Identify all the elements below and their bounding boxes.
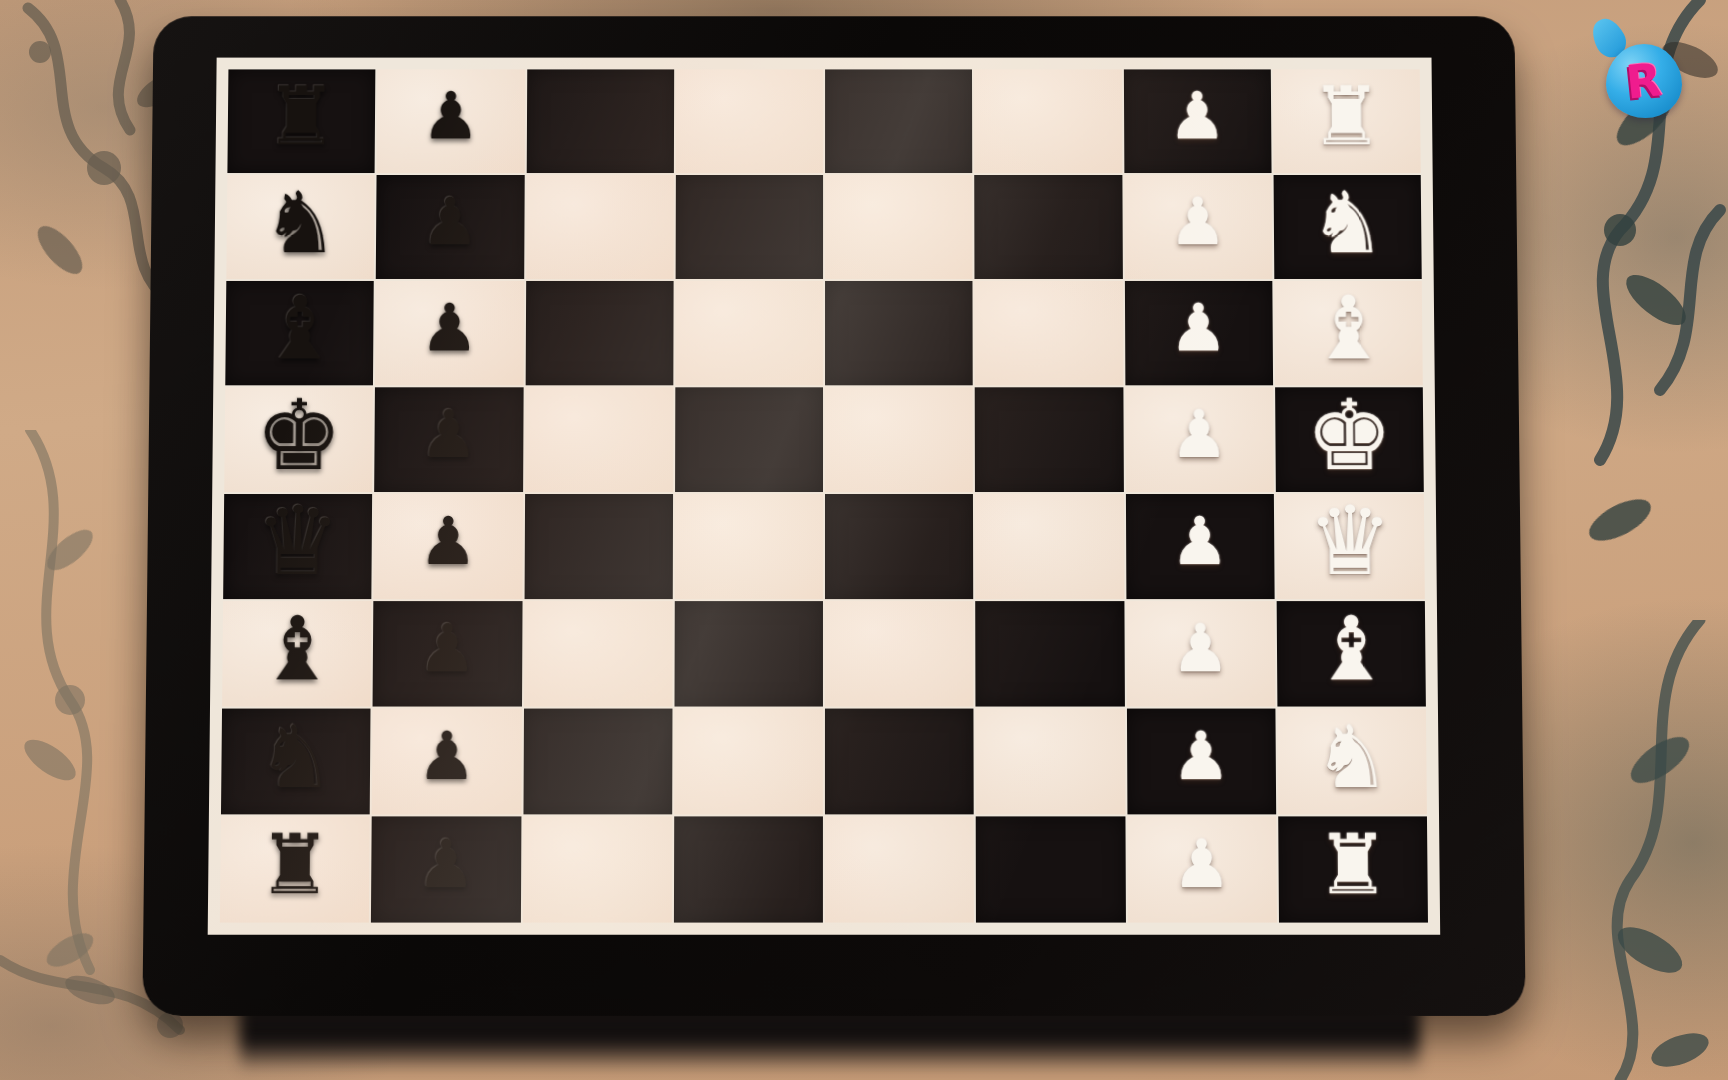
chess-board: ♜♟♟♜♞♟♟♞♝♟♟♝♚♟♟♚♛♟♟♛♝♟♟♝♞♟♟♞♜♟♟♜ — [208, 58, 1441, 935]
white-pawn[interactable]: ♟ — [1168, 84, 1227, 149]
square-e5[interactable] — [675, 387, 823, 492]
square-c1[interactable]: ♝ — [1276, 601, 1425, 706]
square-a7[interactable]: ♟ — [371, 816, 521, 922]
white-knight[interactable]: ♞ — [1309, 179, 1386, 264]
square-e7[interactable]: ♟ — [374, 387, 523, 492]
square-f8[interactable]: ♝ — [225, 281, 374, 385]
square-d3[interactable] — [975, 494, 1124, 599]
white-pawn[interactable]: ♟ — [1169, 402, 1228, 468]
black-bishop[interactable]: ♝ — [260, 284, 339, 371]
square-c4[interactable] — [825, 601, 974, 706]
square-a3[interactable] — [976, 816, 1125, 922]
square-d4[interactable] — [825, 494, 973, 599]
black-queen[interactable]: ♛ — [255, 494, 341, 589]
black-knight[interactable]: ♞ — [257, 713, 335, 800]
black-rook[interactable]: ♜ — [258, 823, 333, 906]
square-h2[interactable]: ♟ — [1123, 69, 1271, 173]
square-f7[interactable]: ♟ — [375, 281, 523, 385]
square-b1[interactable]: ♞ — [1277, 709, 1427, 815]
black-pawn[interactable]: ♟ — [421, 189, 480, 254]
square-b7[interactable]: ♟ — [372, 709, 522, 815]
square-e1[interactable]: ♚ — [1275, 387, 1424, 492]
square-g3[interactable] — [974, 175, 1122, 279]
square-f3[interactable] — [975, 281, 1123, 385]
square-h7[interactable]: ♟ — [377, 69, 525, 173]
square-d1[interactable]: ♛ — [1276, 494, 1425, 599]
square-e6[interactable] — [525, 387, 673, 492]
white-rook[interactable]: ♜ — [1316, 823, 1391, 906]
square-h8[interactable]: ♜ — [227, 69, 375, 173]
black-pawn[interactable]: ♟ — [416, 831, 476, 898]
carpet-floral-motif-right-bottom — [1580, 620, 1728, 1080]
black-bishop[interactable]: ♝ — [257, 605, 337, 693]
square-d8[interactable]: ♛ — [223, 494, 372, 599]
square-b6[interactable] — [523, 709, 672, 815]
square-h1[interactable]: ♜ — [1273, 69, 1421, 173]
white-bishop[interactable]: ♝ — [1309, 284, 1388, 371]
square-e4[interactable] — [825, 387, 973, 492]
watermark-bubble: R — [1606, 44, 1682, 118]
square-g2[interactable]: ♟ — [1124, 175, 1272, 279]
square-e3[interactable] — [975, 387, 1123, 492]
square-h3[interactable] — [974, 69, 1122, 173]
square-f1[interactable]: ♝ — [1274, 281, 1423, 385]
square-d5[interactable] — [675, 494, 823, 599]
white-pawn[interactable]: ♟ — [1170, 509, 1230, 575]
black-pawn[interactable]: ♟ — [418, 509, 478, 575]
black-pawn[interactable]: ♟ — [421, 84, 480, 149]
square-c5[interactable] — [674, 601, 823, 706]
square-c6[interactable] — [524, 601, 673, 706]
square-a1[interactable]: ♜ — [1278, 816, 1428, 922]
square-f4[interactable] — [825, 281, 973, 385]
square-a4[interactable] — [825, 816, 974, 922]
square-b2[interactable]: ♟ — [1126, 709, 1275, 815]
square-c3[interactable] — [975, 601, 1124, 706]
square-f6[interactable] — [525, 281, 673, 385]
square-g6[interactable] — [526, 175, 674, 279]
watermark-letter: R — [1624, 52, 1665, 109]
square-d6[interactable] — [524, 494, 673, 599]
black-king[interactable]: ♚ — [254, 386, 343, 484]
white-pawn[interactable]: ♟ — [1171, 723, 1231, 790]
square-g7[interactable]: ♟ — [376, 175, 524, 279]
square-a8[interactable]: ♜ — [220, 816, 370, 922]
watermark-logo: R — [1592, 22, 1702, 132]
square-c2[interactable]: ♟ — [1126, 601, 1275, 706]
black-pawn[interactable]: ♟ — [419, 402, 479, 468]
square-b8[interactable]: ♞ — [221, 709, 371, 815]
white-pawn[interactable]: ♟ — [1168, 189, 1227, 254]
square-h6[interactable] — [526, 69, 674, 173]
square-e2[interactable]: ♟ — [1125, 387, 1274, 492]
square-a2[interactable]: ♟ — [1127, 816, 1277, 922]
square-h4[interactable] — [825, 69, 972, 173]
black-knight[interactable]: ♞ — [262, 179, 339, 264]
square-e8[interactable]: ♚ — [224, 387, 373, 492]
white-queen[interactable]: ♛ — [1307, 494, 1393, 589]
white-rook[interactable]: ♜ — [1310, 76, 1384, 157]
square-b3[interactable] — [976, 709, 1125, 815]
white-pawn[interactable]: ♟ — [1172, 831, 1232, 898]
square-b4[interactable] — [825, 709, 974, 815]
white-knight[interactable]: ♞ — [1313, 713, 1391, 800]
chess-board-mat: ♜♟♟♜♞♟♟♞♝♟♟♝♚♟♟♚♛♟♟♛♝♟♟♝♞♟♟♞♜♟♟♜ — [142, 16, 1525, 1016]
black-pawn[interactable]: ♟ — [418, 616, 478, 682]
square-c7[interactable]: ♟ — [373, 601, 522, 706]
square-g4[interactable] — [825, 175, 973, 279]
square-c8[interactable]: ♝ — [222, 601, 372, 706]
black-pawn[interactable]: ♟ — [420, 295, 479, 361]
white-pawn[interactable]: ♟ — [1169, 295, 1228, 361]
square-f2[interactable]: ♟ — [1124, 281, 1272, 385]
square-g1[interactable]: ♞ — [1273, 175, 1421, 279]
square-g8[interactable]: ♞ — [226, 175, 374, 279]
square-b5[interactable] — [674, 709, 823, 815]
square-a6[interactable] — [522, 816, 672, 922]
white-king[interactable]: ♚ — [1305, 386, 1394, 484]
black-rook[interactable]: ♜ — [265, 76, 339, 157]
square-a5[interactable] — [674, 816, 823, 922]
square-h5[interactable] — [676, 69, 823, 173]
square-d2[interactable]: ♟ — [1125, 494, 1274, 599]
square-g5[interactable] — [675, 175, 823, 279]
black-pawn[interactable]: ♟ — [417, 723, 477, 790]
white-pawn[interactable]: ♟ — [1171, 616, 1231, 682]
white-bishop[interactable]: ♝ — [1311, 605, 1391, 693]
square-d7[interactable]: ♟ — [374, 494, 523, 599]
square-f5[interactable] — [675, 281, 823, 385]
